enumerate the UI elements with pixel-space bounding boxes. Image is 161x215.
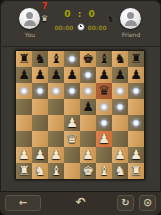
score-separator: : [78, 9, 84, 19]
square-e8[interactable]: ♚ [80, 51, 96, 67]
square-d7[interactable]: ♟ [64, 67, 80, 83]
square-c6[interactable] [48, 83, 64, 99]
square-g3[interactable] [112, 131, 128, 147]
piece-white-king: ♚ [80, 163, 96, 179]
chess-board: ♜♞♝♚♝♞♜♟♟♟♟♟♟♟♛♟♟♛♟♟♟♟♟♟♟♜♞♝♚♝♞♜ [16, 51, 144, 179]
piece-white-knight: ♞ [32, 163, 48, 179]
square-f6[interactable]: ♛ [96, 83, 112, 99]
square-e2[interactable]: ♟ [80, 147, 96, 163]
square-f7[interactable]: ♟ [96, 67, 112, 83]
square-e7[interactable] [80, 67, 96, 83]
piece-black-pawn: ♟ [128, 67, 144, 83]
square-h2[interactable]: ♟ [128, 147, 144, 163]
legal-move-dot [68, 55, 76, 63]
square-a3[interactable] [16, 131, 32, 147]
piece-black-pawn: ♟ [96, 67, 112, 83]
square-g2[interactable]: ♟ [112, 147, 128, 163]
piece-white-rook: ♜ [16, 163, 32, 179]
square-b8[interactable]: ♞ [32, 51, 48, 67]
square-c3[interactable] [48, 131, 64, 147]
piece-black-rook: ♜ [128, 51, 144, 67]
square-c7[interactable]: ♟ [48, 67, 64, 83]
square-g1[interactable]: ♞ [112, 163, 128, 179]
square-b4[interactable] [32, 115, 48, 131]
square-g6[interactable] [112, 83, 128, 99]
square-h6[interactable] [128, 83, 144, 99]
square-b6[interactable] [32, 83, 48, 99]
piece-white-pawn: ♟ [112, 147, 128, 163]
piece-black-pawn: ♟ [112, 67, 128, 83]
square-a6[interactable] [16, 83, 32, 99]
piece-white-pawn: ♟ [32, 147, 48, 163]
legal-move-dot [84, 87, 92, 95]
legal-move-dot [132, 87, 140, 95]
square-a7[interactable]: ♟ [16, 67, 32, 83]
square-c2[interactable]: ♟ [48, 147, 64, 163]
legal-move-dot [100, 119, 108, 127]
square-h3[interactable] [128, 131, 144, 147]
chess-app-window: You 7 ♛ 0 : 0 00:00 00:00 ♞ Friend ♜♞♝♚♝… [0, 0, 161, 215]
square-b5[interactable] [32, 99, 48, 115]
legal-move-dot [116, 103, 124, 111]
square-c5[interactable] [48, 99, 64, 115]
square-d2[interactable] [64, 147, 80, 163]
square-d8[interactable] [64, 51, 80, 67]
back-button[interactable]: ← [5, 195, 41, 211]
settings-button[interactable]: ⊙ [139, 195, 156, 211]
square-d3[interactable]: ♛ [64, 131, 80, 147]
square-h8[interactable]: ♜ [128, 51, 144, 67]
square-a5[interactable] [16, 99, 32, 115]
square-c4[interactable] [48, 115, 64, 131]
square-g7[interactable]: ♟ [112, 67, 128, 83]
square-b2[interactable]: ♟ [32, 147, 48, 163]
undo-button[interactable]: ↶ [71, 195, 91, 211]
square-d5[interactable] [64, 99, 80, 115]
piece-white-queen: ♛ [64, 131, 80, 147]
square-a8[interactable]: ♜ [16, 51, 32, 67]
piece-black-pawn: ♟ [48, 67, 64, 83]
piece-white-pawn: ♟ [64, 115, 80, 131]
square-f4[interactable] [96, 115, 112, 131]
piece-black-bishop: ♝ [96, 51, 112, 67]
piece-white-knight: ♞ [112, 163, 128, 179]
legal-move-dot [20, 87, 28, 95]
piece-white-pawn: ♟ [96, 131, 112, 147]
piece-white-bishop: ♝ [96, 163, 112, 179]
square-g4[interactable] [112, 115, 128, 131]
piece-black-pawn: ♟ [32, 67, 48, 83]
piece-black-knight: ♞ [32, 51, 48, 67]
piece-black-pawn: ♟ [64, 67, 80, 83]
square-f8[interactable]: ♝ [96, 51, 112, 67]
square-a2[interactable]: ♟ [16, 147, 32, 163]
square-g5[interactable] [112, 99, 128, 115]
legal-move-dot [132, 119, 140, 127]
player-avatar-friend[interactable] [120, 8, 141, 29]
piece-black-pawn: ♟ [80, 99, 96, 115]
square-d6[interactable] [64, 83, 80, 99]
piece-black-bishop: ♝ [48, 51, 64, 67]
square-e4[interactable] [80, 115, 96, 131]
legal-move-dot [52, 87, 60, 95]
piece-black-queen: ♛ [96, 83, 112, 99]
square-a4[interactable] [16, 115, 32, 131]
square-e1[interactable]: ♚ [80, 163, 96, 179]
square-c1[interactable]: ♝ [48, 163, 64, 179]
legal-move-dot [84, 71, 92, 79]
square-a1[interactable]: ♜ [16, 163, 32, 179]
score-right: 0 [88, 9, 96, 19]
legal-move-dot [100, 103, 108, 111]
square-g8[interactable]: ♞ [112, 51, 128, 67]
square-b3[interactable] [32, 131, 48, 147]
player-name-friend: Friend [110, 31, 152, 38]
square-f2[interactable] [96, 147, 112, 163]
player-name-you: You [9, 31, 51, 38]
piece-black-pawn: ♟ [16, 67, 32, 83]
piece-white-pawn: ♟ [128, 147, 144, 163]
game-header: You 7 ♛ 0 : 0 00:00 00:00 ♞ Friend [0, 0, 161, 47]
piece-white-bishop: ♝ [48, 163, 64, 179]
bottom-toolbar: ← ↶ ↻ ⊙ [0, 191, 161, 215]
clock-right: 00:00 [88, 24, 107, 31]
score-left: 0 [64, 9, 72, 19]
square-e3[interactable] [80, 131, 96, 147]
square-f5[interactable] [96, 99, 112, 115]
avatar-torso-icon [125, 20, 137, 26]
chess-board-frame: ♜♞♝♚♝♞♜♟♟♟♟♟♟♟♛♟♟♛♟♟♟♟♟♟♟♜♞♝♚♝♞♜ [15, 50, 145, 180]
clock-left: 00:00 [54, 24, 73, 31]
square-h7[interactable]: ♟ [128, 67, 144, 83]
piece-black-king: ♚ [80, 51, 96, 67]
square-b7[interactable]: ♟ [32, 67, 48, 83]
square-h5[interactable] [128, 99, 144, 115]
legal-move-dot [36, 87, 44, 95]
square-h1[interactable]: ♜ [128, 163, 144, 179]
legal-move-dot [116, 87, 124, 95]
clock-icon [77, 23, 85, 31]
square-b1[interactable]: ♞ [32, 163, 48, 179]
square-d4[interactable]: ♟ [64, 115, 80, 131]
square-d1[interactable] [64, 163, 80, 179]
piece-black-rook: ♜ [16, 51, 32, 67]
piece-white-pawn: ♟ [80, 147, 96, 163]
square-f1[interactable]: ♝ [96, 163, 112, 179]
black-pieces-icon: ♞ [106, 13, 115, 24]
rotate-board-button[interactable]: ↻ [117, 195, 134, 211]
square-h4[interactable] [128, 115, 144, 131]
square-e5[interactable]: ♟ [80, 99, 96, 115]
legal-move-dot [68, 87, 76, 95]
piece-white-pawn: ♟ [48, 147, 64, 163]
square-c8[interactable]: ♝ [48, 51, 64, 67]
piece-white-rook: ♜ [128, 163, 144, 179]
square-e6[interactable] [80, 83, 96, 99]
avatar-head-icon [127, 12, 134, 19]
square-f3[interactable]: ♟ [96, 131, 112, 147]
piece-black-knight: ♞ [112, 51, 128, 67]
piece-white-pawn: ♟ [16, 147, 32, 163]
